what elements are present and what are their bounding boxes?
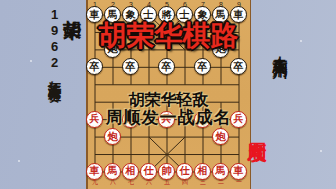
event-label: 1962年江苏上海友谊赛 xyxy=(48,7,61,79)
piece-red-馬: 馬 xyxy=(212,163,229,180)
piece-red-仕: 仕 xyxy=(140,163,157,180)
player-name-left: 胡荣华 xyxy=(63,5,81,8)
tagline-right: 大意失荆州 xyxy=(273,44,288,54)
piece-red-炮: 炮 xyxy=(104,128,121,145)
background-speck xyxy=(30,60,32,62)
file-number-bottom: 五 xyxy=(162,179,172,185)
file-number-bottom: 一 xyxy=(234,179,244,185)
piece-red-車: 車 xyxy=(86,163,103,180)
piece-red-馬: 馬 xyxy=(104,163,121,180)
caption-line-2: 周顺发一战成名 xyxy=(86,106,251,129)
background-speck xyxy=(320,150,322,152)
file-number-bottom: 四 xyxy=(180,179,190,185)
file-number-bottom: 七 xyxy=(126,179,136,185)
background-speck xyxy=(18,160,20,162)
file-number-bottom: 三 xyxy=(198,179,208,185)
file-number-bottom: 六 xyxy=(144,179,154,185)
file-number-bottom: 九 xyxy=(90,179,100,185)
background-speck xyxy=(300,40,302,42)
piece-red-相: 相 xyxy=(194,163,211,180)
piece-red-帥: 帥 xyxy=(158,163,175,180)
series-title: 胡荣华棋路 xyxy=(86,17,251,55)
piece-red-車: 車 xyxy=(230,163,247,180)
file-number-bottom: 二 xyxy=(216,179,226,185)
piece-red-相: 相 xyxy=(122,163,139,180)
piece-red-炮: 炮 xyxy=(212,128,229,145)
thumbnail: 123456789 車馬象士將士象馬車炮炮卒卒卒卒卒兵兵兵兵兵炮炮車馬相仕帥仕相… xyxy=(0,0,336,189)
player-name-right: 周顺发 xyxy=(248,127,267,130)
file-number-bottom: 八 xyxy=(108,179,118,185)
piece-red-仕: 仕 xyxy=(176,163,193,180)
